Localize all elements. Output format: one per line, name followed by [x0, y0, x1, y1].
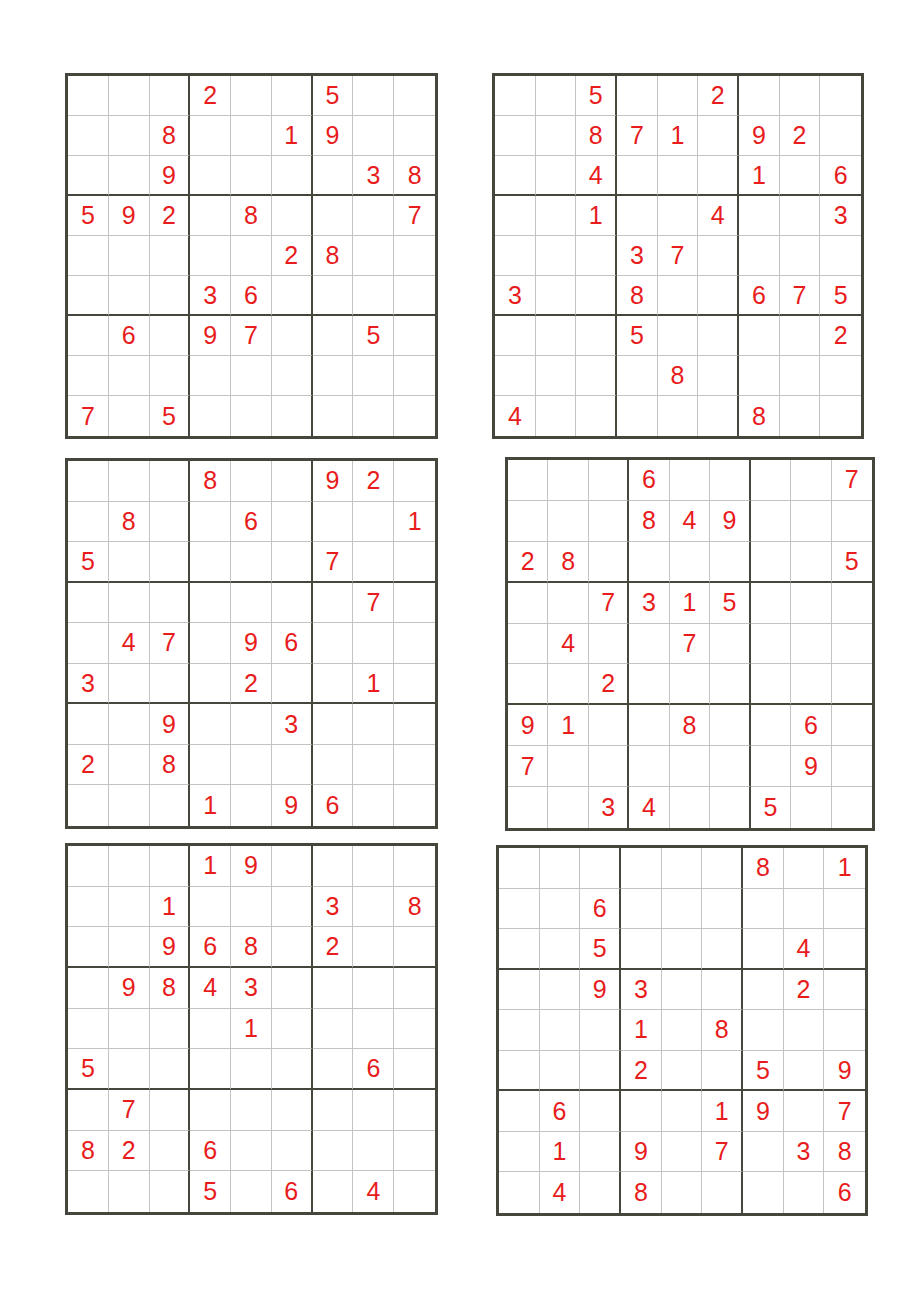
cell-r5c5	[662, 1010, 703, 1051]
cell-r2c9	[824, 889, 865, 930]
cell-r5c6	[272, 1009, 313, 1050]
cell-r8c2	[109, 745, 150, 786]
cell-r8c8	[353, 745, 394, 786]
cell-r7c6	[272, 316, 313, 356]
cell-r4c8: 2	[784, 970, 825, 1011]
cell-r9c7: 5	[751, 787, 791, 828]
cell-r9c5	[231, 396, 272, 436]
cell-r9c1: 7	[68, 396, 109, 436]
cell-r5c6	[698, 236, 739, 276]
cell-r7c9	[394, 316, 435, 356]
cell-r7c1	[68, 704, 109, 745]
cell-r3c8	[353, 542, 394, 583]
cell-r3c2	[109, 156, 150, 196]
cell-r2c2	[109, 116, 150, 156]
cell-r5c7	[739, 236, 780, 276]
cell-r2c7: 9	[739, 116, 780, 156]
cell-r8c6	[698, 356, 739, 396]
cell-r3c1: 2	[508, 542, 548, 583]
cell-r4c4	[190, 196, 231, 236]
cell-r1c1	[495, 76, 536, 116]
cell-r5c3	[576, 236, 617, 276]
cell-r2c3: 8	[576, 116, 617, 156]
cell-r1c2	[109, 846, 150, 887]
cell-r3c3	[150, 542, 191, 583]
cell-r5c5: 7	[670, 624, 710, 665]
cell-r1c8	[353, 76, 394, 116]
cell-r9c5	[658, 396, 699, 436]
cell-r8c2: 2	[109, 1131, 150, 1172]
cell-r1c5	[662, 848, 703, 889]
cell-r4c3: 9	[580, 970, 621, 1011]
cell-r3c7	[743, 929, 784, 970]
cell-r8c4	[190, 356, 231, 396]
cell-r3c1	[495, 156, 536, 196]
cell-r4c4	[190, 583, 231, 624]
cell-r6c3	[576, 276, 617, 316]
cell-r3c2	[109, 542, 150, 583]
cell-r2c6	[702, 889, 743, 930]
cell-r6c9: 5	[820, 276, 861, 316]
cell-r5c2	[109, 236, 150, 276]
cell-r9c6: 9	[272, 785, 313, 826]
cell-r7c3	[150, 1090, 191, 1131]
cell-r4c5: 1	[670, 583, 710, 624]
cell-r3c8	[780, 156, 821, 196]
cell-r2c1	[508, 501, 548, 542]
cell-r6c3	[150, 1049, 191, 1090]
cell-r4c5: 8	[231, 196, 272, 236]
cell-r2c1	[68, 502, 109, 543]
cell-r2c9	[394, 116, 435, 156]
cell-r9c7	[743, 1172, 784, 1213]
cell-r8c2	[548, 746, 588, 787]
cell-r3c6	[272, 156, 313, 196]
cell-r8c8	[353, 1131, 394, 1172]
cell-r9c4: 5	[190, 1171, 231, 1212]
cell-r4c8	[780, 196, 821, 236]
cell-r8c5	[662, 1132, 703, 1173]
cell-r6c5	[662, 1051, 703, 1092]
cell-r4c6: 5	[710, 583, 750, 624]
cell-r4c8	[353, 196, 394, 236]
cell-r6c7	[313, 276, 354, 316]
cell-r7c4	[190, 1090, 231, 1131]
cell-r9c8	[784, 1172, 825, 1213]
cell-r1c3	[589, 460, 629, 501]
cell-r1c5	[670, 460, 710, 501]
cell-r6c7	[751, 664, 791, 705]
cell-r6c8: 1	[353, 664, 394, 705]
sudoku-board-4: 678492857315472918679345	[505, 457, 875, 831]
cell-r9c3	[580, 1172, 621, 1213]
cell-r5c4: 3	[617, 236, 658, 276]
cell-r7c8: 6	[791, 705, 831, 746]
cell-r8c7	[313, 745, 354, 786]
cell-r7c2: 1	[548, 705, 588, 746]
cell-r2c8	[353, 887, 394, 928]
cell-r8c3	[150, 1131, 191, 1172]
cell-r9c7	[313, 1171, 354, 1212]
cell-r1c7	[313, 846, 354, 887]
cell-r4c9: 7	[394, 196, 435, 236]
cell-r3c8: 3	[353, 156, 394, 196]
cell-r9c6	[272, 396, 313, 436]
cell-r8c5	[231, 745, 272, 786]
cell-r2c9	[832, 501, 872, 542]
cell-r7c1	[495, 316, 536, 356]
cell-r9c5	[231, 1171, 272, 1212]
cell-r3c9	[394, 927, 435, 968]
cell-r2c8	[791, 501, 831, 542]
cell-r9c8	[353, 396, 394, 436]
cell-r9c7: 8	[739, 396, 780, 436]
cell-r4c7	[313, 583, 354, 624]
cell-r6c4: 3	[190, 276, 231, 316]
cell-r6c6	[698, 276, 739, 316]
cell-r9c5	[662, 1172, 703, 1213]
cell-r1c1	[508, 460, 548, 501]
cell-r6c5: 6	[231, 276, 272, 316]
cell-r8c9: 8	[824, 1132, 865, 1173]
cell-r6c1: 3	[68, 664, 109, 705]
cell-r6c8: 7	[780, 276, 821, 316]
cell-r1c2	[536, 76, 577, 116]
cell-r4c5	[231, 583, 272, 624]
cell-r8c8: 9	[791, 746, 831, 787]
cell-r8c1	[499, 1132, 540, 1173]
cell-r3c4	[629, 542, 669, 583]
cell-r1c1	[499, 848, 540, 889]
cell-r1c5: 9	[231, 846, 272, 887]
cell-r3c5	[662, 929, 703, 970]
cell-r6c9	[394, 664, 435, 705]
cell-r3c4: 6	[190, 927, 231, 968]
cell-r8c4	[629, 746, 669, 787]
cell-r4c6	[272, 583, 313, 624]
cell-r6c5	[670, 664, 710, 705]
cell-r6c1	[499, 1051, 540, 1092]
cell-r8c7	[313, 1131, 354, 1172]
cell-r8c4	[190, 745, 231, 786]
cell-r8c9	[394, 1131, 435, 1172]
cell-r8c4: 9	[621, 1132, 662, 1173]
cell-r3c9: 5	[832, 542, 872, 583]
cell-r9c1	[499, 1172, 540, 1213]
cell-r2c5	[662, 889, 703, 930]
cell-r6c2	[109, 276, 150, 316]
cell-r3c4	[190, 156, 231, 196]
cell-r2c3: 6	[580, 889, 621, 930]
cell-r3c7: 7	[313, 542, 354, 583]
cell-r8c1: 8	[68, 1131, 109, 1172]
cell-r4c1	[495, 196, 536, 236]
cell-r4c3	[150, 583, 191, 624]
cell-r2c4: 7	[617, 116, 658, 156]
cell-r6c5: 2	[231, 664, 272, 705]
cell-r6c2	[540, 1051, 581, 1092]
cell-r5c3	[580, 1010, 621, 1051]
cell-r4c7	[313, 968, 354, 1009]
cell-r3c8	[791, 542, 831, 583]
cell-r2c3: 1	[150, 887, 191, 928]
cell-r6c6	[710, 664, 750, 705]
cell-r8c4: 6	[190, 1131, 231, 1172]
cell-r6c2	[548, 664, 588, 705]
cell-r2c6: 1	[272, 116, 313, 156]
cell-r4c3: 7	[589, 583, 629, 624]
cell-r7c9	[832, 705, 872, 746]
cell-r2c8	[353, 502, 394, 543]
cell-r7c4	[621, 1091, 662, 1132]
cell-r2c9: 8	[394, 887, 435, 928]
cell-r3c5	[670, 542, 710, 583]
cell-r4c4	[617, 196, 658, 236]
cell-r5c2: 4	[109, 623, 150, 664]
cell-r9c8	[791, 787, 831, 828]
cell-r6c3: 2	[589, 664, 629, 705]
cell-r3c4	[621, 929, 662, 970]
cell-r7c4	[190, 704, 231, 745]
cell-r2c6	[272, 887, 313, 928]
cell-r9c5	[670, 787, 710, 828]
cell-r6c3	[580, 1051, 621, 1092]
cell-r2c7	[743, 889, 784, 930]
cell-r1c7	[739, 76, 780, 116]
cell-r1c3	[150, 461, 191, 502]
cell-r2c5: 1	[658, 116, 699, 156]
cell-r6c6	[702, 1051, 743, 1092]
cell-r8c2: 1	[540, 1132, 581, 1173]
cell-r4c9	[394, 583, 435, 624]
cell-r6c8: 6	[353, 1049, 394, 1090]
cell-r9c2	[548, 787, 588, 828]
cell-r4c9	[832, 583, 872, 624]
cell-r2c1	[495, 116, 536, 156]
cell-r9c9	[394, 1171, 435, 1212]
cell-r6c3	[150, 664, 191, 705]
cell-r6c1: 3	[495, 276, 536, 316]
cell-r8c5	[670, 746, 710, 787]
cell-r5c9	[394, 236, 435, 276]
cell-r1c7: 9	[313, 461, 354, 502]
cell-r4c4: 3	[629, 583, 669, 624]
cell-r9c9: 6	[824, 1172, 865, 1213]
cell-r1c4: 2	[190, 76, 231, 116]
cell-r7c8	[353, 704, 394, 745]
cell-r9c3	[150, 785, 191, 826]
cell-r2c4	[621, 889, 662, 930]
cell-r5c4: 1	[621, 1010, 662, 1051]
cell-r2c3	[589, 501, 629, 542]
cell-r8c6	[272, 356, 313, 396]
cell-r4c1	[68, 968, 109, 1009]
sudoku-worksheet: 25819938592872836697575 5287192416143373…	[0, 0, 920, 1302]
cell-r4c2	[536, 196, 577, 236]
cell-r3c5	[231, 156, 272, 196]
cell-r6c5	[658, 276, 699, 316]
cell-r3c8	[353, 927, 394, 968]
cell-r8c9	[394, 356, 435, 396]
cell-r3c4	[617, 156, 658, 196]
cell-r9c4: 4	[629, 787, 669, 828]
cell-r8c1	[68, 356, 109, 396]
cell-r1c3: 5	[576, 76, 617, 116]
cell-r3c3: 9	[150, 156, 191, 196]
cell-r8c3	[580, 1132, 621, 1173]
cell-r3c7	[313, 156, 354, 196]
cell-r2c2: 8	[109, 502, 150, 543]
cell-r5c3: 7	[150, 623, 191, 664]
cell-r3c3: 9	[150, 927, 191, 968]
cell-r3c8: 4	[784, 929, 825, 970]
cell-r4c8: 7	[353, 583, 394, 624]
cell-r9c9	[394, 785, 435, 826]
cell-r6c3	[150, 276, 191, 316]
cell-r3c5	[658, 156, 699, 196]
cell-r9c8	[353, 785, 394, 826]
cell-r5c4	[190, 623, 231, 664]
cell-r6c7: 6	[739, 276, 780, 316]
cell-r7c7	[751, 705, 791, 746]
cell-r7c7	[739, 316, 780, 356]
cell-r3c6	[702, 929, 743, 970]
cell-r5c7: 8	[313, 236, 354, 276]
cell-r2c2	[548, 501, 588, 542]
cell-r8c9	[820, 356, 861, 396]
cell-r8c8: 3	[784, 1132, 825, 1173]
cell-r6c4	[190, 1049, 231, 1090]
cell-r8c3	[150, 356, 191, 396]
cell-r8c6	[272, 745, 313, 786]
cell-r1c4: 8	[190, 461, 231, 502]
cell-r7c5	[662, 1091, 703, 1132]
cell-r7c3	[589, 705, 629, 746]
cell-r5c1	[495, 236, 536, 276]
cell-r6c2	[109, 664, 150, 705]
cell-r9c3: 3	[589, 787, 629, 828]
cell-r7c8	[784, 1091, 825, 1132]
cell-r3c2: 8	[548, 542, 588, 583]
cell-r5c9	[394, 1009, 435, 1050]
cell-r9c1	[68, 785, 109, 826]
cell-r7c4: 9	[190, 316, 231, 356]
cell-r4c1	[508, 583, 548, 624]
cell-r4c5: 3	[231, 968, 272, 1009]
cell-r5c9	[824, 1010, 865, 1051]
cell-r8c6	[710, 746, 750, 787]
cell-r4c7	[739, 196, 780, 236]
cell-r9c6: 6	[272, 1171, 313, 1212]
cell-r5c5: 9	[231, 623, 272, 664]
cell-r5c2	[109, 1009, 150, 1050]
cell-r7c2: 7	[109, 1090, 150, 1131]
cell-r6c4	[629, 664, 669, 705]
cell-r4c5	[662, 970, 703, 1011]
cell-r1c9	[394, 846, 435, 887]
cell-r9c9	[820, 396, 861, 436]
cell-r8c8	[353, 356, 394, 396]
cell-r7c4: 5	[617, 316, 658, 356]
cell-r2c6: 9	[710, 501, 750, 542]
cell-r3c3: 5	[580, 929, 621, 970]
cell-r1c6	[710, 460, 750, 501]
cell-r6c8	[791, 664, 831, 705]
cell-r2c7: 9	[313, 116, 354, 156]
sudoku-board-2: 5287192416143373867552848	[492, 73, 864, 439]
cell-r7c7	[313, 704, 354, 745]
cell-r4c2	[540, 970, 581, 1011]
cell-r4c9	[824, 970, 865, 1011]
cell-r7c5	[231, 1090, 272, 1131]
cell-r2c2	[540, 889, 581, 930]
cell-r9c2	[536, 396, 577, 436]
cell-r3c3: 4	[576, 156, 617, 196]
cell-r9c4: 1	[190, 785, 231, 826]
cell-r9c1	[508, 787, 548, 828]
sudoku-board-6: 8165493218259619719738486	[496, 845, 868, 1216]
cell-r7c8	[780, 316, 821, 356]
cell-r1c2	[540, 848, 581, 889]
cell-r8c3: 8	[150, 745, 191, 786]
cell-r3c6	[272, 927, 313, 968]
cell-r7c5: 7	[231, 316, 272, 356]
cell-r6c9	[832, 664, 872, 705]
cell-r1c2	[109, 76, 150, 116]
cell-r6c2	[109, 1049, 150, 1090]
cell-r7c2	[109, 704, 150, 745]
cell-r3c6	[710, 542, 750, 583]
cell-r3c1	[68, 927, 109, 968]
cell-r3c1	[499, 929, 540, 970]
cell-r7c7	[313, 316, 354, 356]
cell-r3c5: 8	[231, 927, 272, 968]
cell-r6c8	[784, 1051, 825, 1092]
cell-r5c3	[150, 236, 191, 276]
cell-r7c8: 5	[353, 316, 394, 356]
cell-r3c9	[394, 542, 435, 583]
cell-r9c6	[702, 1172, 743, 1213]
cell-r4c2	[548, 583, 588, 624]
cell-r5c8	[353, 236, 394, 276]
cell-r8c4	[617, 356, 658, 396]
cell-r7c9	[394, 1090, 435, 1131]
cell-r6c2	[536, 276, 577, 316]
cell-r2c5	[231, 116, 272, 156]
cell-r3c7: 2	[313, 927, 354, 968]
cell-r6c4: 2	[621, 1051, 662, 1092]
cell-r5c3	[589, 624, 629, 665]
cell-r4c9: 3	[820, 196, 861, 236]
cell-r3c2	[109, 927, 150, 968]
cell-r3c1: 5	[68, 542, 109, 583]
cell-r8c2	[536, 356, 577, 396]
cell-r1c9	[394, 76, 435, 116]
cell-r8c7	[751, 746, 791, 787]
cell-r9c2	[109, 785, 150, 826]
cell-r8c6: 7	[702, 1132, 743, 1173]
cell-r6c4: 8	[617, 276, 658, 316]
cell-r4c6	[702, 970, 743, 1011]
cell-r5c9	[820, 236, 861, 276]
cell-r1c6	[272, 846, 313, 887]
cell-r3c5	[231, 542, 272, 583]
cell-r5c1	[68, 623, 109, 664]
cell-r1c3	[150, 846, 191, 887]
cell-r2c4: 8	[629, 501, 669, 542]
cell-r5c8	[791, 624, 831, 665]
cell-r2c1	[68, 887, 109, 928]
